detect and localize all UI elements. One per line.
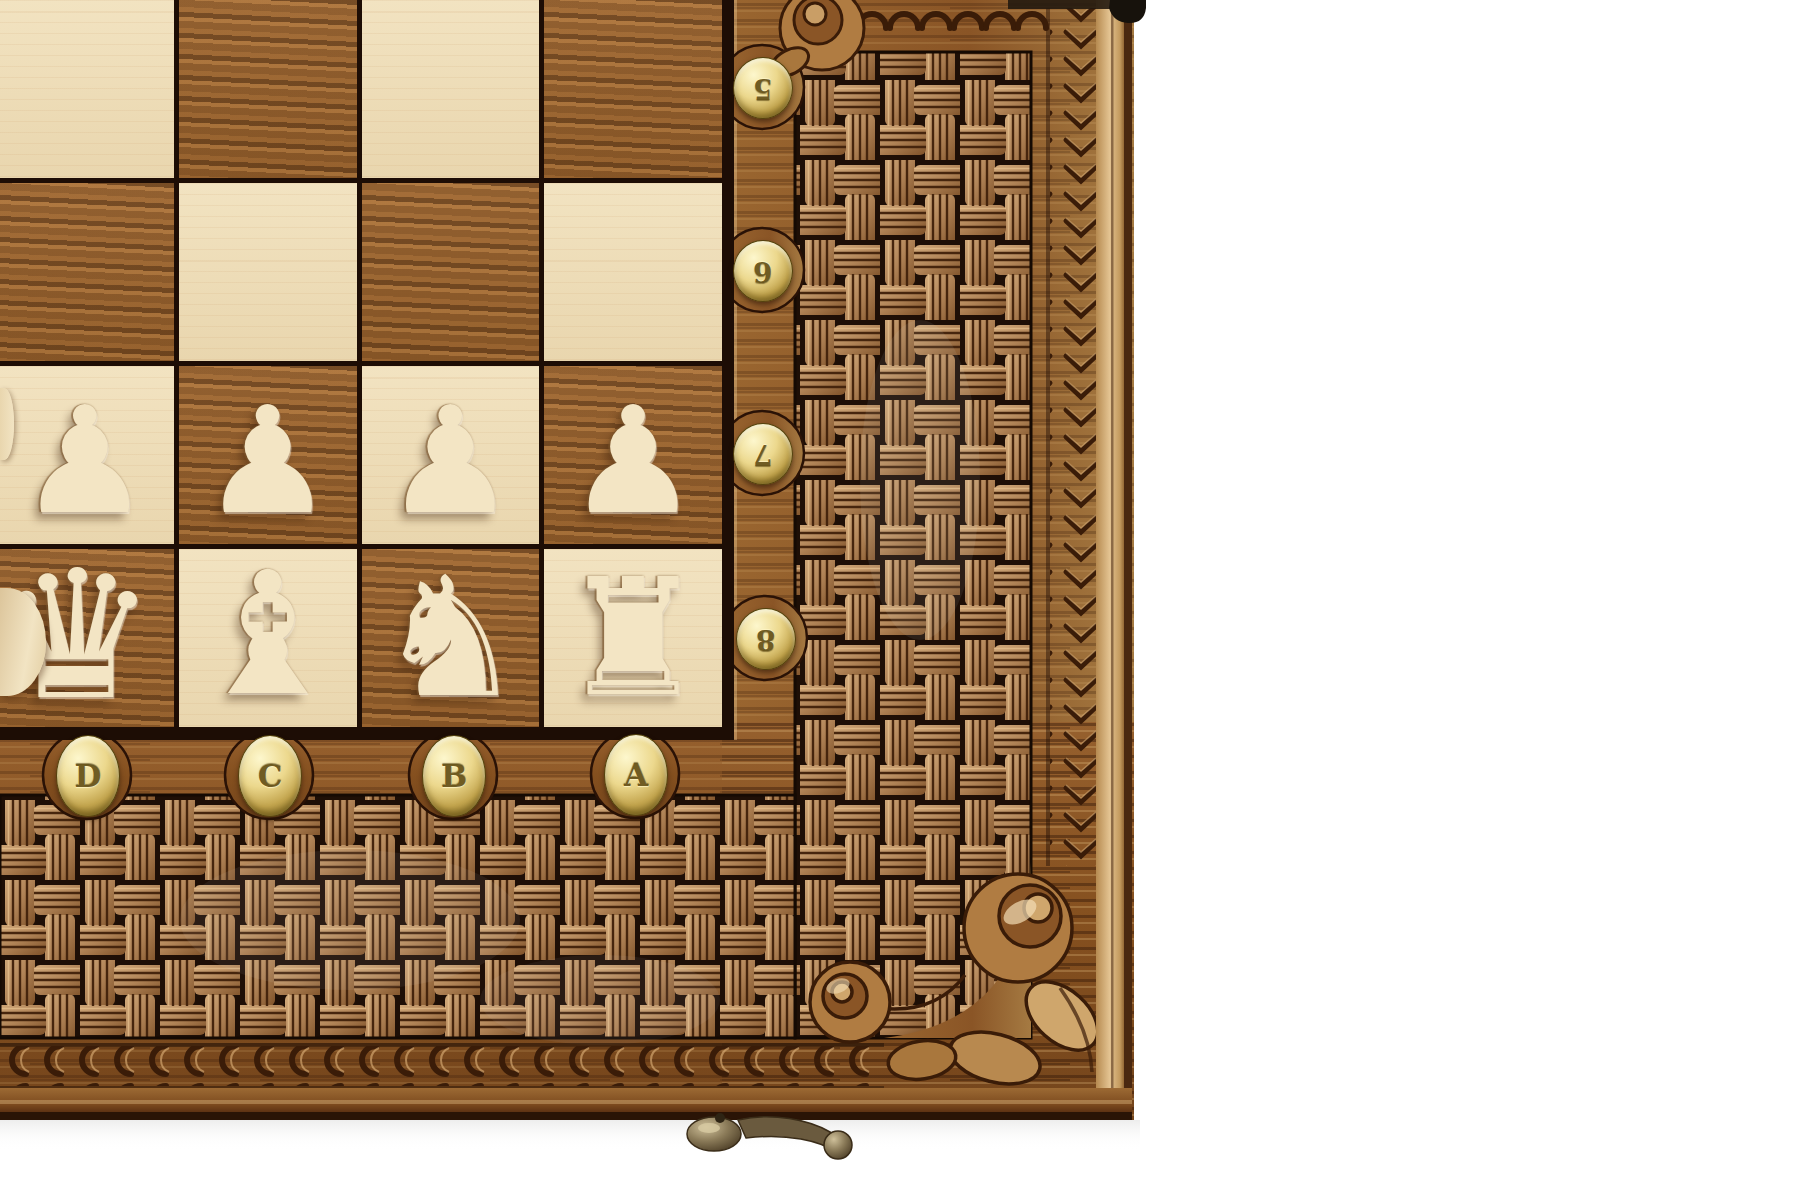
square-b6: [362, 183, 540, 361]
square-d5: [0, 0, 174, 178]
pawn-a7: ♟: [567, 387, 700, 535]
file-pin-a: A: [604, 734, 668, 816]
file-pin-d: D: [56, 735, 120, 817]
pawn-d7: ♟: [19, 387, 152, 535]
square-a6: [544, 183, 722, 361]
varnish-sheen: [480, 955, 720, 1045]
file-pin-label: C: [258, 758, 283, 794]
knight-b8: ♞: [376, 555, 525, 721]
pawn-c7: ♟: [201, 387, 334, 535]
square-a7: ♟: [544, 366, 722, 544]
bishop-c8: ♝: [191, 549, 343, 719]
rank-pin-6: 6: [733, 240, 793, 302]
square-d7: ♟: [0, 366, 174, 544]
chessboard-grid: ♟♟♟♟♛♝♞♜: [0, 0, 734, 740]
square-d6: [0, 183, 174, 361]
varnish-sheen: [180, 850, 520, 990]
varnish-sheen: [860, 320, 980, 640]
square-a5: [544, 0, 722, 178]
file-pin-b: B: [422, 735, 486, 817]
file-pin-c: C: [238, 735, 302, 817]
file-pin-label: A: [624, 757, 648, 793]
rank-pin-label: 5: [753, 72, 772, 105]
square-b7: ♟: [362, 366, 540, 544]
pawn-b7: ♟: [384, 387, 517, 535]
square-c8: ♝: [179, 549, 357, 727]
rank-pin-7: 7: [733, 423, 793, 485]
file-pin-label: B: [441, 758, 467, 794]
drop-shadow: [0, 1120, 1140, 1150]
square-b5: [362, 0, 540, 178]
rank-pin-5: 5: [733, 57, 793, 119]
square-a8: ♜: [544, 549, 722, 727]
square-c5: [179, 0, 357, 178]
rank-pin-label: 6: [753, 255, 772, 288]
chevron-band-right: [1046, 8, 1096, 866]
rook-a8: ♜: [561, 557, 706, 719]
rank-pin-8: 8: [736, 608, 796, 670]
crescent-band-bottom: [0, 1043, 884, 1090]
file-pin-label: D: [75, 758, 102, 794]
photo-canvas: ♟♟♟♟♛♝♞♜ D C B A 5 6 7 8: [0, 0, 1799, 1200]
square-b8: ♞: [362, 549, 540, 727]
square-c6: [179, 183, 357, 361]
rank-pin-label: 7: [753, 438, 772, 471]
square-c7: ♟: [179, 366, 357, 544]
rank-pin-label: 8: [756, 623, 775, 656]
